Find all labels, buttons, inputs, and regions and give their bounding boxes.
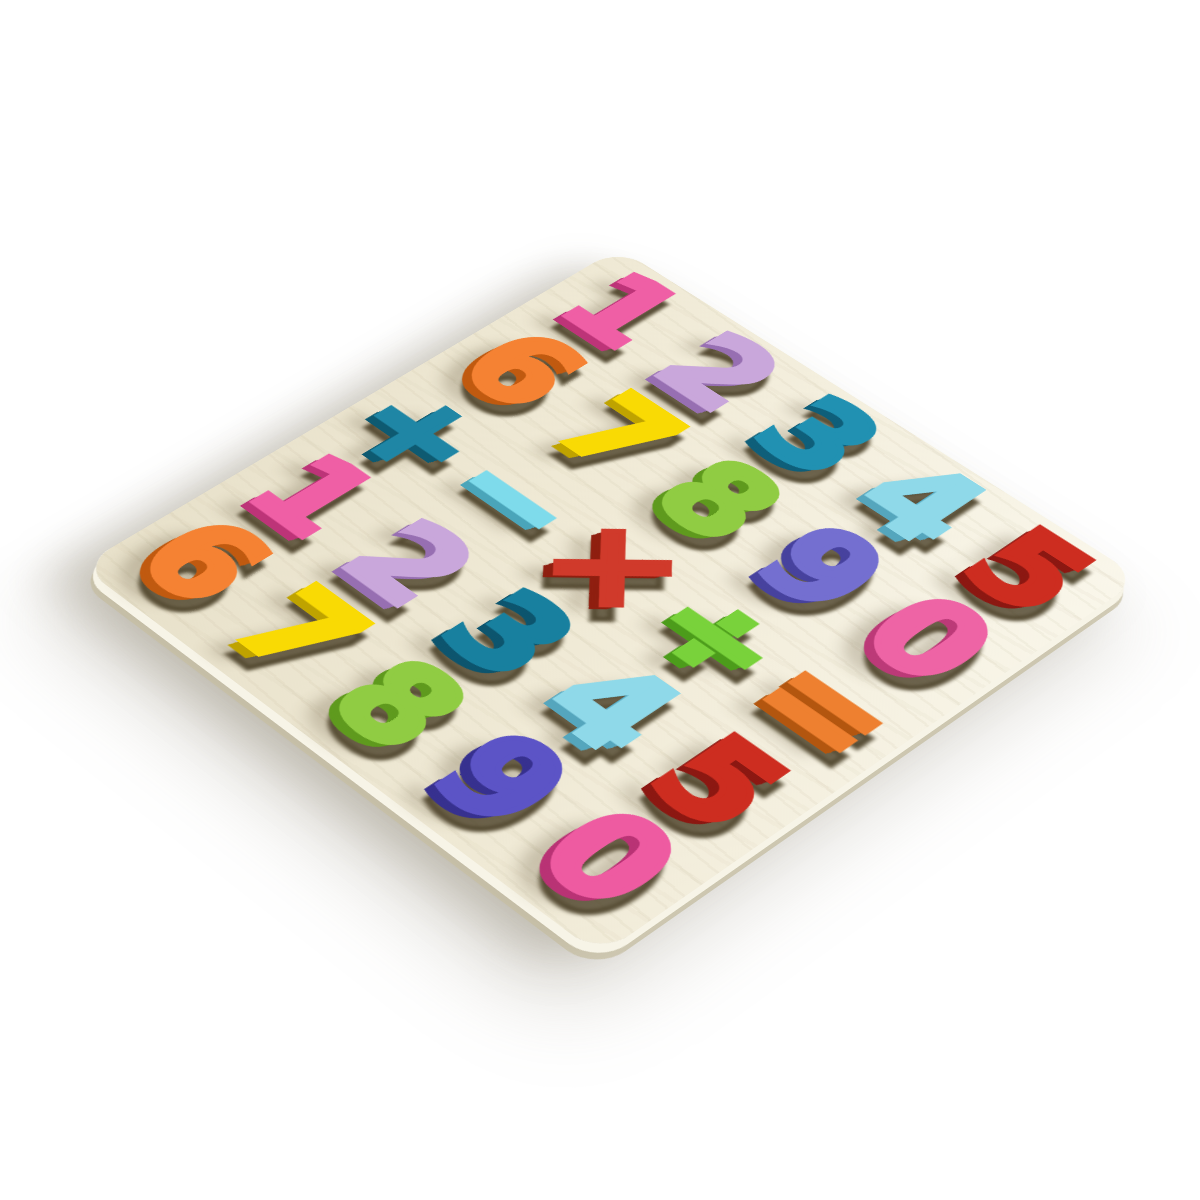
puzzle-board: 11223344556677889900++−−××÷÷==1122334455… [81, 248, 1142, 956]
product-photo-scene: 11223344556677889900++−−××÷÷==1122334455… [0, 0, 1200, 1200]
puzzle-grid: 11223344556677889900++−−××÷÷==1122334455… [95, 256, 1127, 945]
